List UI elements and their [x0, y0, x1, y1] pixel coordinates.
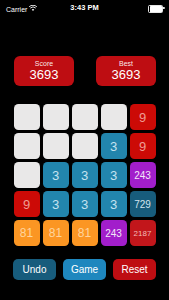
battery-icon [148, 5, 163, 14]
tile-9-r1c4: 9 [130, 133, 156, 159]
tile-9-r0c4: 9 [130, 104, 156, 130]
game-board[interactable]: 93933324393337298181812432187 [14, 104, 156, 246]
undo-button[interactable]: Undo [13, 259, 56, 280]
carrier-indicator: Carrier [6, 5, 37, 13]
tile-3-r3c1: 3 [43, 191, 69, 217]
scoreboard: Score 3693 Best 3693 [0, 56, 169, 86]
empty-cell-r0c3 [101, 104, 127, 130]
score-value: 3693 [30, 68, 59, 83]
empty-cell-r2c0 [14, 162, 40, 188]
empty-cell-r1c1 [43, 133, 69, 159]
carrier-label: Carrier [6, 6, 27, 13]
wifi-icon [29, 5, 37, 13]
control-bar: Undo Game Reset [0, 259, 169, 280]
tile-3-r1c3: 3 [101, 133, 127, 159]
empty-cell-r0c0 [14, 104, 40, 130]
best-card: Best 3693 [96, 56, 156, 86]
tile-3-r2c2: 3 [72, 162, 98, 188]
tile-3-r2c1: 3 [43, 162, 69, 188]
tile-243-r4c3: 243 [101, 220, 127, 246]
status-bar: Carrier 3:43 PM [0, 0, 169, 16]
tile-3-r3c2: 3 [72, 191, 98, 217]
tile-81-r4c0: 81 [14, 220, 40, 246]
empty-cell-r0c1 [43, 104, 69, 130]
tile-729-r3c4: 729 [130, 191, 156, 217]
empty-cell-r1c2 [72, 133, 98, 159]
tile-2187-r4c4: 2187 [130, 220, 156, 246]
tile-3-r2c3: 3 [101, 162, 127, 188]
tile-81-r4c2: 81 [72, 220, 98, 246]
score-card: Score 3693 [14, 56, 74, 86]
game-button[interactable]: Game [63, 259, 106, 280]
tile-9-r3c0: 9 [14, 191, 40, 217]
empty-cell-r0c2 [72, 104, 98, 130]
tile-3-r3c3: 3 [101, 191, 127, 217]
tile-81-r4c1: 81 [43, 220, 69, 246]
best-value: 3693 [112, 68, 141, 83]
tile-243-r2c4: 243 [130, 162, 156, 188]
reset-button[interactable]: Reset [113, 259, 156, 280]
empty-cell-r1c0 [14, 133, 40, 159]
